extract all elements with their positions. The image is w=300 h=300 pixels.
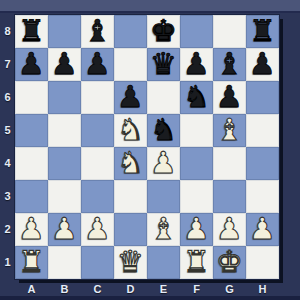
white-pawn[interactable]: ♟ [84, 212, 111, 245]
black-pawn[interactable]: ♟ [183, 47, 210, 80]
square-d7[interactable] [114, 48, 147, 81]
black-pawn[interactable]: ♟ [216, 80, 243, 113]
square-d2[interactable] [114, 213, 147, 246]
black-queen[interactable]: ♛ [150, 47, 177, 80]
file-label-e: E [147, 282, 180, 297]
rank-label-8: 8 [0, 15, 15, 48]
square-b8[interactable] [48, 15, 81, 48]
white-rook[interactable]: ♜ [183, 245, 210, 278]
square-c3[interactable] [81, 180, 114, 213]
square-e2[interactable]: ♝ [147, 213, 180, 246]
square-h1[interactable] [246, 246, 279, 279]
square-f4[interactable] [180, 147, 213, 180]
square-d8[interactable] [114, 15, 147, 48]
bottom-edge [0, 296, 300, 300]
file-label-h: H [246, 282, 279, 297]
square-e6[interactable] [147, 81, 180, 114]
file-label-g: G [213, 282, 246, 297]
rank-label-4: 4 [0, 147, 15, 180]
square-a1[interactable]: ♜ [15, 246, 48, 279]
square-b1[interactable] [48, 246, 81, 279]
square-h7[interactable]: ♟ [246, 48, 279, 81]
white-pawn[interactable]: ♟ [150, 146, 177, 179]
square-f5[interactable] [180, 114, 213, 147]
square-f7[interactable]: ♟ [180, 48, 213, 81]
square-c6[interactable] [81, 81, 114, 114]
square-f1[interactable]: ♜ [180, 246, 213, 279]
white-king[interactable]: ♚ [216, 245, 243, 278]
square-b7[interactable]: ♟ [48, 48, 81, 81]
square-h6[interactable] [246, 81, 279, 114]
rank-label-1: 1 [0, 246, 15, 279]
chess-board[interactable]: ♜♝♚♜♟♟♟♛♟♝♟♟♞♟♞♞♝♞♟♟♟♟♝♟♟♟♜♛♜♚ [15, 15, 279, 279]
file-label-a: A [15, 282, 48, 297]
square-b4[interactable] [48, 147, 81, 180]
square-g2[interactable]: ♟ [213, 213, 246, 246]
square-e4[interactable]: ♟ [147, 147, 180, 180]
square-g7[interactable]: ♝ [213, 48, 246, 81]
square-g4[interactable] [213, 147, 246, 180]
square-b3[interactable] [48, 180, 81, 213]
rank-label-5: 5 [0, 114, 15, 147]
black-bishop[interactable]: ♝ [84, 14, 111, 47]
rank-label-2: 2 [0, 213, 15, 246]
square-g1[interactable]: ♚ [213, 246, 246, 279]
square-h5[interactable] [246, 114, 279, 147]
square-c8[interactable]: ♝ [81, 15, 114, 48]
square-a8[interactable]: ♜ [15, 15, 48, 48]
square-h4[interactable] [246, 147, 279, 180]
square-d1[interactable]: ♛ [114, 246, 147, 279]
square-g5[interactable]: ♝ [213, 114, 246, 147]
black-king[interactable]: ♚ [150, 14, 177, 47]
white-knight[interactable]: ♞ [117, 146, 144, 179]
square-e7[interactable]: ♛ [147, 48, 180, 81]
square-b2[interactable]: ♟ [48, 213, 81, 246]
square-g8[interactable] [213, 15, 246, 48]
square-d6[interactable]: ♟ [114, 81, 147, 114]
white-pawn[interactable]: ♟ [18, 212, 45, 245]
square-d3[interactable] [114, 180, 147, 213]
square-a2[interactable]: ♟ [15, 213, 48, 246]
black-pawn[interactable]: ♟ [117, 80, 144, 113]
square-h8[interactable]: ♜ [246, 15, 279, 48]
black-bishop[interactable]: ♝ [216, 47, 243, 80]
white-rook[interactable]: ♜ [18, 245, 45, 278]
square-d5[interactable]: ♞ [114, 114, 147, 147]
file-label-d: D [114, 282, 147, 297]
black-rook[interactable]: ♜ [18, 14, 45, 47]
black-pawn[interactable]: ♟ [249, 47, 276, 80]
chess-diagram: 87654321 ♜♝♚♜♟♟♟♛♟♝♟♟♞♟♞♞♝♞♟♟♟♟♝♟♟♟♜♛♜♚ … [0, 0, 300, 300]
square-f2[interactable]: ♟ [180, 213, 213, 246]
rank-label-7: 7 [0, 48, 15, 81]
file-label-c: C [81, 282, 114, 297]
square-a4[interactable] [15, 147, 48, 180]
square-f6[interactable]: ♞ [180, 81, 213, 114]
black-pawn[interactable]: ♟ [18, 47, 45, 80]
white-pawn[interactable]: ♟ [183, 212, 210, 245]
file-labels-row: ABCDEFGH [15, 282, 279, 297]
square-f3[interactable] [180, 180, 213, 213]
square-c1[interactable] [81, 246, 114, 279]
white-bishop[interactable]: ♝ [150, 212, 177, 245]
square-g6[interactable]: ♟ [213, 81, 246, 114]
square-e1[interactable] [147, 246, 180, 279]
black-rook[interactable]: ♜ [249, 14, 276, 47]
file-label-b: B [48, 282, 81, 297]
square-a7[interactable]: ♟ [15, 48, 48, 81]
square-c2[interactable]: ♟ [81, 213, 114, 246]
white-queen[interactable]: ♛ [117, 245, 144, 278]
square-a3[interactable] [15, 180, 48, 213]
white-pawn[interactable]: ♟ [51, 212, 78, 245]
square-b5[interactable] [48, 114, 81, 147]
square-h2[interactable]: ♟ [246, 213, 279, 246]
square-c4[interactable] [81, 147, 114, 180]
square-b6[interactable] [48, 81, 81, 114]
square-c7[interactable]: ♟ [81, 48, 114, 81]
square-f8[interactable] [180, 15, 213, 48]
square-e8[interactable]: ♚ [147, 15, 180, 48]
square-h3[interactable] [246, 180, 279, 213]
square-c5[interactable] [81, 114, 114, 147]
square-a6[interactable] [15, 81, 48, 114]
rank-label-3: 3 [0, 180, 15, 213]
top-bar [0, 0, 300, 13]
square-a5[interactable] [15, 114, 48, 147]
square-d4[interactable]: ♞ [114, 147, 147, 180]
white-bishop[interactable]: ♝ [216, 113, 243, 146]
file-label-f: F [180, 282, 213, 297]
rank-labels-column: 87654321 [0, 15, 15, 279]
white-pawn[interactable]: ♟ [216, 212, 243, 245]
square-g3[interactable] [213, 180, 246, 213]
square-e5[interactable]: ♞ [147, 114, 180, 147]
square-e3[interactable] [147, 180, 180, 213]
white-pawn[interactable]: ♟ [249, 212, 276, 245]
black-pawn[interactable]: ♟ [51, 47, 78, 80]
black-knight[interactable]: ♞ [183, 80, 210, 113]
rank-label-6: 6 [0, 81, 15, 114]
black-pawn[interactable]: ♟ [84, 47, 111, 80]
black-knight[interactable]: ♞ [150, 113, 177, 146]
white-knight[interactable]: ♞ [117, 113, 144, 146]
